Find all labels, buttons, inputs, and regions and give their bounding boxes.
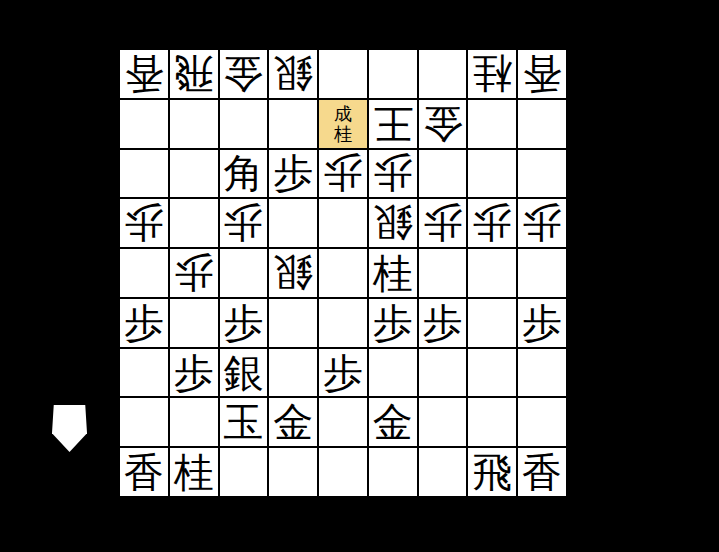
square-3d[interactable]: 歩 <box>419 199 467 247</box>
shogi-board: 香飛金銀桂香成桂王金角歩歩歩歩歩銀歩歩歩歩銀桂歩歩歩歩歩歩銀歩玉金金香桂飛香 <box>118 48 568 498</box>
shogi-diagram: 香飛金銀桂香成桂王金角歩歩歩歩歩銀歩歩歩歩銀桂歩歩歩歩歩歩銀歩玉金金香桂飛香 <box>0 0 719 552</box>
piece-sente: 歩 <box>323 353 363 393</box>
square-6d[interactable] <box>269 199 317 247</box>
piece-gote: 金 <box>423 104 463 144</box>
square-7i[interactable] <box>220 448 268 496</box>
square-7d[interactable]: 歩 <box>220 199 268 247</box>
piece-sente: 香 <box>124 452 164 492</box>
square-1b[interactable] <box>518 100 566 148</box>
piece-gote: 歩 <box>423 203 463 243</box>
square-9d[interactable]: 歩 <box>120 199 168 247</box>
piece-sente: 香 <box>522 452 562 492</box>
square-4c[interactable]: 歩 <box>369 150 417 198</box>
square-3e[interactable] <box>419 249 467 297</box>
square-7e[interactable] <box>220 249 268 297</box>
square-1g[interactable] <box>518 349 566 397</box>
square-8c[interactable] <box>170 150 218 198</box>
square-2f[interactable] <box>468 299 516 347</box>
piece-gote: 歩 <box>223 203 263 243</box>
square-9f[interactable]: 歩 <box>120 299 168 347</box>
square-5f[interactable] <box>319 299 367 347</box>
piece-sente: 成桂 <box>334 104 352 144</box>
square-8e[interactable]: 歩 <box>170 249 218 297</box>
square-6f[interactable] <box>269 299 317 347</box>
square-9g[interactable] <box>120 349 168 397</box>
square-2h[interactable] <box>468 398 516 446</box>
square-6b[interactable] <box>269 100 317 148</box>
square-6h[interactable]: 金 <box>269 398 317 446</box>
piece-sente: 歩 <box>373 303 413 343</box>
piece-gote: 歩 <box>174 253 214 293</box>
square-1c[interactable] <box>518 150 566 198</box>
piece-gote: 銀 <box>273 253 313 293</box>
square-4e[interactable]: 桂 <box>369 249 417 297</box>
square-6c[interactable]: 歩 <box>269 150 317 198</box>
square-6i[interactable] <box>269 448 317 496</box>
square-5g[interactable]: 歩 <box>319 349 367 397</box>
square-5c[interactable]: 歩 <box>319 150 367 198</box>
square-3i[interactable] <box>419 448 467 496</box>
square-1e[interactable] <box>518 249 566 297</box>
piece-stand-marker-icon <box>52 405 87 452</box>
square-7c[interactable]: 角 <box>220 150 268 198</box>
square-2i[interactable]: 飛 <box>468 448 516 496</box>
square-2c[interactable] <box>468 150 516 198</box>
piece-sente: 角 <box>223 153 263 193</box>
square-2b[interactable] <box>468 100 516 148</box>
square-8b[interactable] <box>170 100 218 148</box>
piece-gote: 飛 <box>174 54 214 94</box>
piece-gote: 桂 <box>472 54 512 94</box>
piece-gote: 銀 <box>373 203 413 243</box>
piece-gote: 香 <box>124 54 164 94</box>
square-8a[interactable]: 飛 <box>170 50 218 98</box>
piece-gote: 銀 <box>273 54 313 94</box>
piece-sente: 歩 <box>273 153 313 193</box>
square-4h[interactable]: 金 <box>369 398 417 446</box>
square-3h[interactable] <box>419 398 467 446</box>
piece-gote: 歩 <box>373 153 413 193</box>
square-1h[interactable] <box>518 398 566 446</box>
square-4a[interactable] <box>369 50 417 98</box>
square-2d[interactable]: 歩 <box>468 199 516 247</box>
piece-sente: 桂 <box>373 253 413 293</box>
piece-sente: 銀 <box>223 353 263 393</box>
piece-sente: 歩 <box>522 303 562 343</box>
piece-sente: 金 <box>273 402 313 442</box>
piece-sente: 玉 <box>223 402 263 442</box>
square-3f[interactable]: 歩 <box>419 299 467 347</box>
square-6e[interactable]: 銀 <box>269 249 317 297</box>
square-7h[interactable]: 玉 <box>220 398 268 446</box>
square-4g[interactable] <box>369 349 417 397</box>
piece-sente: 歩 <box>124 303 164 343</box>
piece-gote: 金 <box>223 54 263 94</box>
square-9h[interactable] <box>120 398 168 446</box>
square-5e[interactable] <box>319 249 367 297</box>
square-8f[interactable] <box>170 299 218 347</box>
square-1d[interactable]: 歩 <box>518 199 566 247</box>
piece-sente: 歩 <box>174 353 214 393</box>
piece-gote: 王 <box>373 104 413 144</box>
square-8h[interactable] <box>170 398 218 446</box>
square-1i[interactable]: 香 <box>518 448 566 496</box>
square-4b[interactable]: 王 <box>369 100 417 148</box>
piece-sente: 金 <box>373 402 413 442</box>
square-4i[interactable] <box>369 448 417 496</box>
square-8d[interactable] <box>170 199 218 247</box>
square-9b[interactable] <box>120 100 168 148</box>
square-7f[interactable]: 歩 <box>220 299 268 347</box>
piece-sente: 飛 <box>472 452 512 492</box>
piece-gote: 歩 <box>124 203 164 243</box>
square-3a[interactable] <box>419 50 467 98</box>
square-5b[interactable]: 成桂 <box>319 100 367 148</box>
piece-gote: 歩 <box>323 153 363 193</box>
square-9e[interactable] <box>120 249 168 297</box>
square-2e[interactable] <box>468 249 516 297</box>
square-5i[interactable] <box>319 448 367 496</box>
square-2a[interactable]: 桂 <box>468 50 516 98</box>
square-9c[interactable] <box>120 150 168 198</box>
square-3g[interactable] <box>419 349 467 397</box>
square-4f[interactable]: 歩 <box>369 299 417 347</box>
square-2g[interactable] <box>468 349 516 397</box>
square-1f[interactable]: 歩 <box>518 299 566 347</box>
square-9i[interactable]: 香 <box>120 448 168 496</box>
square-8i[interactable]: 桂 <box>170 448 218 496</box>
square-7b[interactable] <box>220 100 268 148</box>
square-6a[interactable]: 銀 <box>269 50 317 98</box>
square-3b[interactable]: 金 <box>419 100 467 148</box>
piece-sente: 歩 <box>423 303 463 343</box>
square-3c[interactable] <box>419 150 467 198</box>
square-5h[interactable] <box>319 398 367 446</box>
square-7a[interactable]: 金 <box>220 50 268 98</box>
piece-gote: 歩 <box>472 203 512 243</box>
square-5d[interactable] <box>319 199 367 247</box>
square-8g[interactable]: 歩 <box>170 349 218 397</box>
square-6g[interactable] <box>269 349 317 397</box>
square-1a[interactable]: 香 <box>518 50 566 98</box>
square-7g[interactable]: 銀 <box>220 349 268 397</box>
square-4d[interactable]: 銀 <box>369 199 417 247</box>
piece-gote: 歩 <box>522 203 562 243</box>
square-5a[interactable] <box>319 50 367 98</box>
piece-sente: 桂 <box>174 452 214 492</box>
square-9a[interactable]: 香 <box>120 50 168 98</box>
piece-gote: 香 <box>522 54 562 94</box>
piece-sente: 歩 <box>223 303 263 343</box>
